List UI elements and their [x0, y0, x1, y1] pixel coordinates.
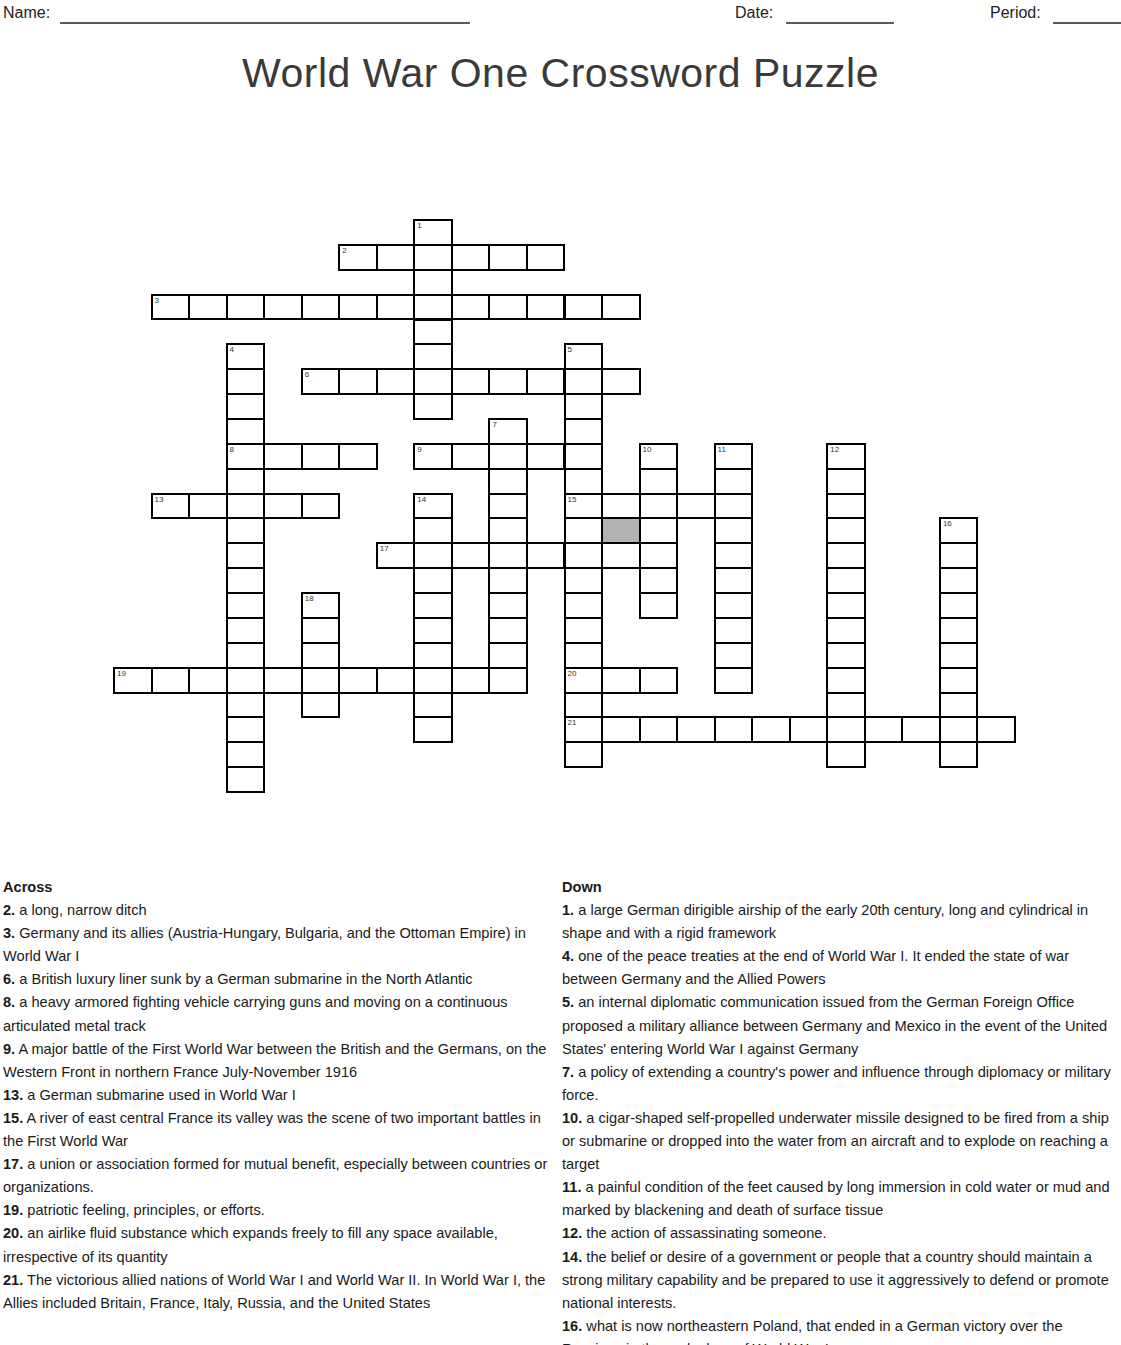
clue-text: a cigar-shaped self-propelled underwater…: [562, 1110, 1109, 1172]
across-clues-section: Across 2. a long, narrow ditch3. Germany…: [3, 876, 562, 1315]
grid-cell-r20c18[interactable]: [789, 716, 829, 743]
grid-cell-r12c16[interactable]: [714, 517, 754, 544]
grid-cell-r3c3[interactable]: [226, 294, 266, 321]
name-blank-line[interactable]: [60, 5, 470, 24]
grid-cell-r20c12[interactable]: 21: [564, 716, 604, 743]
grid-cell-r13c11[interactable]: [526, 542, 566, 569]
clue-text: a union or association formed for mutual…: [3, 1156, 547, 1195]
clue-text: an internal diplomatic communication iss…: [562, 994, 1107, 1056]
grid-cell-r12c19[interactable]: [826, 517, 866, 544]
grid-cell-r18c3[interactable]: [226, 667, 266, 694]
grid-cell-r9c16[interactable]: 11: [714, 443, 754, 470]
grid-cell-r13c9[interactable]: [451, 542, 491, 569]
grid-cell-r15c8[interactable]: [413, 592, 453, 619]
grid-cell-r4c8[interactable]: [413, 319, 453, 346]
clue-number-label: 14.: [562, 1249, 582, 1265]
clue-number-1: 1: [417, 221, 421, 231]
grid-cell-r20c19[interactable]: [826, 716, 866, 743]
clue-item: 9. A major battle of the First World War…: [3, 1038, 562, 1084]
grid-cell-r6c7[interactable]: [376, 368, 416, 395]
clue-text: a policy of extending a country's power …: [562, 1064, 1111, 1103]
grid-cell-r15c5[interactable]: 18: [301, 592, 341, 619]
grid-cell-r9c14[interactable]: 10: [639, 443, 679, 470]
grid-cell-r3c1[interactable]: 3: [151, 294, 191, 321]
grid-cell-r13c12[interactable]: [564, 542, 604, 569]
grid-cell-r12c3[interactable]: [226, 517, 266, 544]
grid-cell-r13c3[interactable]: [226, 542, 266, 569]
grid-cell-r7c3[interactable]: [226, 393, 266, 420]
grid-cell-r13c13[interactable]: [601, 542, 641, 569]
grid-cell-r12c14[interactable]: [639, 517, 679, 544]
grid-cell-r18c8[interactable]: [413, 667, 453, 694]
clue-text: Germany and its allies (Austria-Hungary,…: [3, 925, 526, 964]
grid-cell-r12c8[interactable]: [413, 517, 453, 544]
clue-text: The victorious allied nations of World W…: [3, 1272, 545, 1311]
grid-cell-r17c16[interactable]: [714, 642, 754, 669]
grid-cell-r18c7[interactable]: [376, 667, 416, 694]
clue-number-label: 20.: [3, 1225, 23, 1241]
grid-cell-r14c10[interactable]: [488, 567, 528, 594]
grid-cell-r9c11[interactable]: [526, 443, 566, 470]
clue-number-3: 3: [155, 296, 159, 306]
grid-cell-r16c19[interactable]: [826, 617, 866, 644]
grid-cell-r11c16[interactable]: [714, 493, 754, 520]
grid-cell-r9c3[interactable]: 8: [226, 443, 266, 470]
grid-cell-r9c4[interactable]: [263, 443, 303, 470]
clue-number-11: 11: [718, 445, 726, 455]
grid-cell-r18c4[interactable]: [263, 667, 303, 694]
grid-cell-r10c16[interactable]: [714, 468, 754, 495]
grid-cell-r18c5[interactable]: [301, 667, 341, 694]
clue-text: an airlike fluid substance which expands…: [3, 1225, 498, 1264]
clue-item: 12. the action of assassinating someone.: [562, 1222, 1121, 1245]
grid-cell-r3c9[interactable]: [451, 294, 491, 321]
grid-cell-r3c13[interactable]: [601, 294, 641, 321]
clue-number-label: 3.: [3, 925, 15, 941]
grid-cell-r3c8[interactable]: [413, 294, 453, 321]
clue-number-label: 16.: [562, 1318, 582, 1334]
name-label: Name:: [3, 4, 50, 22]
grid-cell-r6c3[interactable]: [226, 368, 266, 395]
grid-cell-r22c3[interactable]: [226, 766, 266, 793]
grid-cell-r3c11[interactable]: [526, 294, 566, 321]
grid-cell-r18c22[interactable]: [939, 667, 979, 694]
clue-item: 19. patriotic feeling, principles, or ef…: [3, 1199, 562, 1222]
grid-cell-r21c22[interactable]: [939, 741, 979, 768]
grid-cell-r14c12[interactable]: [564, 567, 604, 594]
clue-number-17: 17: [380, 544, 389, 554]
date-blank-line[interactable]: [786, 5, 894, 24]
clue-item: 10. a cigar-shaped self-propelled underw…: [562, 1107, 1121, 1176]
grid-cell-r11c5[interactable]: [301, 493, 341, 520]
grid-cell-r13c7[interactable]: 17: [376, 542, 416, 569]
grid-cell-r8c12[interactable]: [564, 418, 604, 445]
clue-item: 14. the belief or desire of a government…: [562, 1246, 1121, 1315]
grid-cell-r11c3[interactable]: [226, 493, 266, 520]
grid-cell-r11c2[interactable]: [188, 493, 228, 520]
clue-number-label: 4.: [562, 948, 574, 964]
grid-cell-r6c11[interactable]: [526, 368, 566, 395]
grid-cell-r18c10[interactable]: [488, 667, 528, 694]
grid-cell-r10c3[interactable]: [226, 468, 266, 495]
grid-cell-r2c8[interactable]: [413, 269, 453, 296]
grid-cell-r20c8[interactable]: [413, 716, 453, 743]
grid-cell-r17c3[interactable]: [226, 642, 266, 669]
clue-text: what is now northeastern Poland, that en…: [562, 1318, 1063, 1345]
grid-cell-r1c7[interactable]: [376, 244, 416, 271]
grid-cell-r14c22[interactable]: [939, 567, 979, 594]
clue-text: a heavy armored fighting vehicle carryin…: [3, 994, 508, 1033]
grid-cell-r1c9[interactable]: [451, 244, 491, 271]
clue-number-7: 7: [492, 420, 496, 430]
clue-number-label: 21.: [3, 1272, 23, 1288]
grid-cell-r10c12[interactable]: [564, 468, 604, 495]
date-label: Date:: [735, 4, 773, 22]
grid-cell-r18c1[interactable]: [151, 667, 191, 694]
clue-number-label: 11.: [562, 1179, 581, 1195]
grid-cell-r9c8[interactable]: 9: [413, 443, 453, 470]
clue-item: 21. The victorious allied nations of Wor…: [3, 1269, 562, 1315]
clue-number-18: 18: [305, 594, 314, 604]
clue-number-13: 13: [155, 495, 164, 505]
grid-cell-r17c5[interactable]: [301, 642, 341, 669]
clue-number-label: 2.: [3, 902, 15, 918]
grid-cell-r11c1[interactable]: 13: [151, 493, 191, 520]
grid-cell-r20c16[interactable]: [714, 716, 754, 743]
grid-cell-r3c7[interactable]: [376, 294, 416, 321]
grid-cell-r11c15[interactable]: [676, 493, 716, 520]
grid-cell-r3c4[interactable]: [263, 294, 303, 321]
clue-text: the action of assassinating someone.: [582, 1225, 826, 1241]
grid-cell-r16c12[interactable]: [564, 617, 604, 644]
grid-cell-r6c10[interactable]: [488, 368, 528, 395]
clue-text: one of the peace treaties at the end of …: [562, 948, 1069, 987]
grid-cell-r12c10[interactable]: [488, 517, 528, 544]
grid-cell-r6c8[interactable]: [413, 368, 453, 395]
clue-number-19: 19: [117, 669, 126, 679]
grid-cell-r15c12[interactable]: [564, 592, 604, 619]
down-heading: Down: [562, 876, 1121, 899]
grid-cell-r19c22[interactable]: [939, 692, 979, 719]
grid-cell-r18c6[interactable]: [338, 667, 378, 694]
clue-number-2: 2: [342, 246, 346, 256]
grid-cell-r6c6[interactable]: [338, 368, 378, 395]
clue-item: 4. one of the peace treaties at the end …: [562, 945, 1121, 991]
grid-cell-r17c8[interactable]: [413, 642, 453, 669]
grid-cell-r12c12[interactable]: [564, 517, 604, 544]
clue-number-label: 8.: [3, 994, 15, 1010]
clue-number-9: 9: [417, 445, 421, 455]
grid-cell-r21c19[interactable]: [826, 741, 866, 768]
grid-cell-r16c5[interactable]: [301, 617, 341, 644]
grid-cell-r20c15[interactable]: [676, 716, 716, 743]
clue-item: 13. a German submarine used in World War…: [3, 1084, 562, 1107]
grid-cell-r3c6[interactable]: [338, 294, 378, 321]
grid-cell-r6c13[interactable]: [601, 368, 641, 395]
clue-item: 6. a British luxury liner sunk by a Germ…: [3, 968, 562, 991]
grid-cell-r21c12[interactable]: [564, 741, 604, 768]
across-heading: Across: [3, 876, 562, 899]
clue-number-5: 5: [568, 345, 572, 355]
grid-cell-r15c10[interactable]: [488, 592, 528, 619]
grid-cell-r16c3[interactable]: [226, 617, 266, 644]
grid-cell-r10c10[interactable]: [488, 468, 528, 495]
grid-cell-r6c9[interactable]: [451, 368, 491, 395]
clue-number-4: 4: [230, 345, 234, 355]
grid-cell-r9c6[interactable]: [338, 443, 378, 470]
grid-cell-r9c9[interactable]: [451, 443, 491, 470]
grid-cell-r15c16[interactable]: [714, 592, 754, 619]
grid-cell-r17c12[interactable]: [564, 642, 604, 669]
grid-cell-r1c10[interactable]: [488, 244, 528, 271]
clue-number-14: 14: [417, 495, 426, 505]
grid-cell-r20c17[interactable]: [751, 716, 791, 743]
grid-cell-r3c12[interactable]: [564, 294, 604, 321]
grid-cell-r11c19[interactable]: [826, 493, 866, 520]
grid-cell-r17c19[interactable]: [826, 642, 866, 669]
grid-cell-r3c5[interactable]: [301, 294, 341, 321]
grid-cell-r9c5[interactable]: [301, 443, 341, 470]
grid-cell-r19c8[interactable]: [413, 692, 453, 719]
grid-cell-r13c14[interactable]: [639, 542, 679, 569]
grid-cell-r20c13[interactable]: [601, 716, 641, 743]
grid-cell-r13c10[interactable]: [488, 542, 528, 569]
clue-text: patriotic feeling, principles, or effort…: [23, 1202, 264, 1218]
grid-cell-r14c8[interactable]: [413, 567, 453, 594]
period-blank-line[interactable]: [1053, 5, 1121, 24]
clue-text: a German submarine used in World War I: [23, 1087, 296, 1103]
grid-cell-r20c20[interactable]: [864, 716, 904, 743]
grid-cell-r20c14[interactable]: [639, 716, 679, 743]
down-clues-section: Down 1. a large German dirigible airship…: [562, 876, 1121, 1345]
grid-cell-r17c10[interactable]: [488, 642, 528, 669]
page-title: World War One Crossword Puzzle: [0, 50, 1121, 97]
clue-number-label: 19.: [3, 1202, 23, 1218]
grid-cell-r18c16[interactable]: [714, 667, 754, 694]
grid-cell-r17c22[interactable]: [939, 642, 979, 669]
clue-number-20: 20: [568, 669, 577, 679]
grid-cell-r20c3[interactable]: [226, 716, 266, 743]
clue-text: a large German dirigible airship of the …: [562, 902, 1088, 941]
clue-item: 7. a policy of extending a country's pow…: [562, 1061, 1121, 1107]
clue-number-label: 9.: [3, 1041, 15, 1057]
grid-cell-r18c14[interactable]: [639, 667, 679, 694]
grid-cell-r16c16[interactable]: [714, 617, 754, 644]
grid-cell-r14c3[interactable]: [226, 567, 266, 594]
grid-cell-r0c8[interactable]: 1: [413, 219, 453, 246]
clue-text: A major battle of the First World War be…: [3, 1041, 546, 1080]
grid-cell-r11c13[interactable]: [601, 493, 641, 520]
grid-cell-r3c10[interactable]: [488, 294, 528, 321]
period-label: Period:: [990, 4, 1041, 22]
clue-item: 2. a long, narrow ditch: [3, 899, 562, 922]
grid-cell-r18c9[interactable]: [451, 667, 491, 694]
grid-cell-r5c8[interactable]: [413, 343, 453, 370]
grid-cell-r19c19[interactable]: [826, 692, 866, 719]
clue-number-12: 12: [830, 445, 839, 455]
grid-cell-r10c19[interactable]: [826, 468, 866, 495]
clue-number-15: 15: [568, 495, 577, 505]
grid-cell-r15c22[interactable]: [939, 592, 979, 619]
clue-number-10: 10: [643, 445, 652, 455]
grid-cell-r7c8[interactable]: [413, 393, 453, 420]
clue-number-label: 15.: [3, 1110, 23, 1126]
grid-cell-r13c22[interactable]: [939, 542, 979, 569]
grid-cell-r19c5[interactable]: [301, 692, 341, 719]
grid-cell-r18c0[interactable]: 19: [113, 667, 153, 694]
grid-cell-r11c10[interactable]: [488, 493, 528, 520]
clue-number-8: 8: [230, 445, 234, 455]
clue-item: 3. Germany and its allies (Austria-Hunga…: [3, 922, 562, 968]
clue-number-21: 21: [568, 718, 577, 728]
clue-text: a British luxury liner sunk by a German …: [15, 971, 472, 987]
grid-cell-r9c12[interactable]: [564, 443, 604, 470]
grid-cell-r1c6[interactable]: 2: [338, 244, 378, 271]
grid-cell-r14c19[interactable]: [826, 567, 866, 594]
grid-cell-r11c14[interactable]: [639, 493, 679, 520]
clue-text: A river of east central France its valle…: [3, 1110, 541, 1149]
clue-item: 5. an internal diplomatic communication …: [562, 991, 1121, 1060]
clue-number-label: 17.: [3, 1156, 23, 1172]
grid-cell-r19c12[interactable]: [564, 692, 604, 719]
grid-cell-r6c12[interactable]: [564, 368, 604, 395]
grid-cell-r5c3[interactable]: 4: [226, 343, 266, 370]
grid-cell-r20c23[interactable]: [976, 716, 1016, 743]
grid-cell-r3c2[interactable]: [188, 294, 228, 321]
grid-cell-r9c19[interactable]: 12: [826, 443, 866, 470]
grid-cell-r15c3[interactable]: [226, 592, 266, 619]
grid-cell-r9c10[interactable]: [488, 443, 528, 470]
grid-cell-r14c14[interactable]: [639, 567, 679, 594]
clue-item: 8. a heavy armored fighting vehicle carr…: [3, 991, 562, 1037]
clue-text: a long, narrow ditch: [15, 902, 146, 918]
grid-cell-r19c3[interactable]: [226, 692, 266, 719]
clue-number-6: 6: [305, 370, 309, 380]
grid-cell-r1c11[interactable]: [526, 244, 566, 271]
clue-number-16: 16: [943, 519, 952, 529]
clue-number-label: 12.: [562, 1225, 582, 1241]
grid-cell-r18c19[interactable]: [826, 667, 866, 694]
clue-number-label: 1.: [562, 902, 574, 918]
grid-cell-r20c22[interactable]: [939, 716, 979, 743]
grid-cell-r16c8[interactable]: [413, 617, 453, 644]
clue-number-label: 7.: [562, 1064, 574, 1080]
grid-cell-r14c16[interactable]: [714, 567, 754, 594]
grid-cell-r15c14[interactable]: [639, 592, 679, 619]
grid-cell-r12c22[interactable]: 16: [939, 517, 979, 544]
grid-cell-r16c10[interactable]: [488, 617, 528, 644]
clue-item: 15. A river of east central France its v…: [3, 1107, 562, 1153]
grid-cell-r18c13[interactable]: [601, 667, 641, 694]
clue-item: 11. a painful condition of the feet caus…: [562, 1176, 1121, 1222]
grid-cell-r18c12[interactable]: 20: [564, 667, 604, 694]
grid-cell-r10c14[interactable]: [639, 468, 679, 495]
grid-cell-r11c8[interactable]: 14: [413, 493, 453, 520]
grid-cell-r8c10[interactable]: 7: [488, 418, 528, 445]
clue-item: 16. what is now northeastern Poland, tha…: [562, 1315, 1121, 1345]
clue-item: 1. a large German dirigible airship of t…: [562, 899, 1121, 945]
clue-item: 17. a union or association formed for mu…: [3, 1153, 562, 1199]
grid-cell-r11c12[interactable]: 15: [564, 493, 604, 520]
grid-cell-r21c3[interactable]: [226, 741, 266, 768]
clue-number-label: 13.: [3, 1087, 23, 1103]
grid-cell-r18c2[interactable]: [188, 667, 228, 694]
grid-cell-r13c8[interactable]: [413, 542, 453, 569]
grid-cell-r13c16[interactable]: [714, 542, 754, 569]
clue-number-label: 10.: [562, 1110, 582, 1126]
grid-cell-r1c8[interactable]: [413, 244, 453, 271]
grid-cell-r15c19[interactable]: [826, 592, 866, 619]
grid-cell-r11c4[interactable]: [263, 493, 303, 520]
grid-cell-r5c12[interactable]: 5: [564, 343, 604, 370]
clue-number-label: 5.: [562, 994, 574, 1010]
clue-text: a painful condition of the feet caused b…: [562, 1179, 1110, 1218]
grid-cell-r13c19[interactable]: [826, 542, 866, 569]
clue-item: 20. an airlike fluid substance which exp…: [3, 1222, 562, 1268]
grid-cell-r8c3[interactable]: [226, 418, 266, 445]
grid-cell-r7c12[interactable]: [564, 393, 604, 420]
blocked-cell: [601, 517, 641, 544]
grid-cell-r6c5[interactable]: 6: [301, 368, 341, 395]
clue-text: the belief or desire of a government or …: [562, 1249, 1109, 1311]
grid-cell-r20c21[interactable]: [901, 716, 941, 743]
grid-cell-r16c22[interactable]: [939, 617, 979, 644]
clue-number-label: 6.: [3, 971, 15, 987]
